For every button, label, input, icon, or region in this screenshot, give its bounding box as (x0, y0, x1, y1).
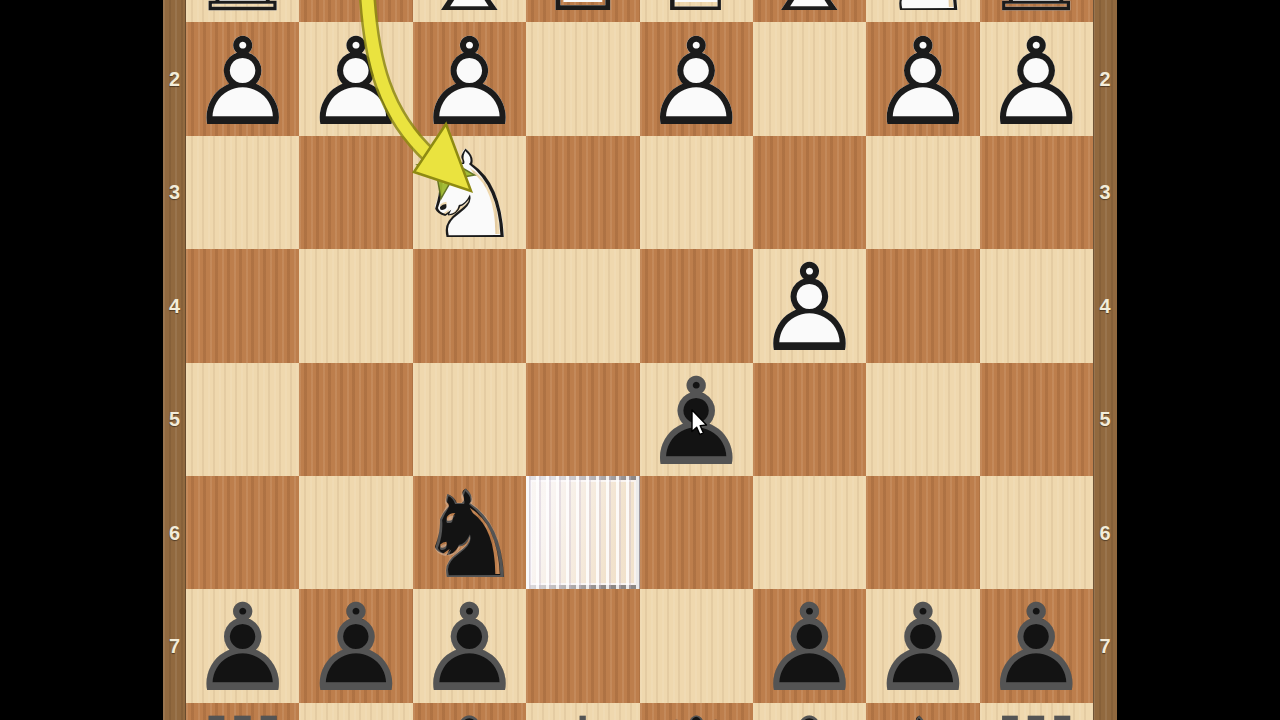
square-f4[interactable] (413, 249, 526, 362)
square-f3[interactable]: ♞♘ (413, 136, 526, 249)
square-f5[interactable] (413, 363, 526, 476)
square-e1[interactable]: ♚♔ (526, 0, 639, 22)
black-pawn[interactable]: ♟♙ (186, 589, 299, 702)
black-bishop[interactable]: ♝♗ (753, 703, 866, 720)
white-pawn[interactable]: ♟♙ (753, 249, 866, 362)
square-f8[interactable]: ♝♗ (413, 703, 526, 720)
white-bishop[interactable]: ♝♗ (753, 0, 866, 22)
rank-label-right-4: 4 (1099, 296, 1110, 316)
square-b4[interactable] (866, 249, 979, 362)
square-e7[interactable] (526, 589, 639, 702)
black-queen[interactable]: ♛♕ (640, 703, 753, 720)
chess-board: ♜♖♝♗♚♔♛♕♝♗♞♘♜♖♟♙♟♙♟♙♟♙♟♙♟♙♞♘♟♙♟♙♞♘♟♙♟♙♟♙… (186, 0, 1093, 720)
white-pawn-outline-glyph: ♙ (980, 22, 1093, 135)
square-h8[interactable]: ♜♖ (186, 703, 299, 720)
white-pawn-outline-glyph: ♙ (640, 22, 753, 135)
square-c6[interactable] (753, 476, 866, 589)
black-pawn-outline-glyph: ♙ (186, 589, 299, 702)
black-pawn[interactable]: ♟♙ (866, 589, 979, 702)
rank-label-right-3: 3 (1099, 182, 1110, 202)
rank-label-left-6: 6 (169, 523, 180, 543)
square-a6[interactable] (980, 476, 1093, 589)
white-pawn-outline-glyph: ♙ (186, 22, 299, 135)
square-e6[interactable] (526, 476, 639, 589)
black-pawn-outline-glyph: ♙ (640, 363, 753, 476)
square-c7[interactable]: ♟♙ (753, 589, 866, 702)
square-d5[interactable]: ♟♙ (640, 363, 753, 476)
square-g7[interactable]: ♟♙ (299, 589, 412, 702)
square-b6[interactable] (866, 476, 979, 589)
rank-label-left-5: 5 (169, 409, 180, 429)
white-pawn-outline-glyph: ♙ (299, 22, 412, 135)
square-g4[interactable] (299, 249, 412, 362)
black-pawn-outline-glyph: ♙ (980, 589, 1093, 702)
square-d8[interactable]: ♛♕ (640, 703, 753, 720)
white-knight[interactable]: ♞♘ (413, 136, 526, 249)
black-rook-outline-glyph: ♖ (186, 703, 299, 720)
black-knight[interactable]: ♞♘ (866, 703, 979, 720)
square-d3[interactable] (640, 136, 753, 249)
white-pawn[interactable]: ♟♙ (413, 22, 526, 135)
black-bishop-outline-glyph: ♗ (753, 703, 866, 720)
square-b2[interactable]: ♟♙ (866, 22, 979, 135)
square-e5[interactable] (526, 363, 639, 476)
black-queen-outline-glyph: ♕ (640, 703, 753, 720)
square-a7[interactable]: ♟♙ (980, 589, 1093, 702)
board-border-right (1093, 0, 1117, 720)
white-knight-outline-glyph: ♘ (413, 136, 526, 249)
square-d2[interactable]: ♟♙ (640, 22, 753, 135)
black-rook-outline-glyph: ♖ (980, 703, 1093, 720)
rank-label-right-6: 6 (1099, 523, 1110, 543)
square-e3[interactable] (526, 136, 639, 249)
square-d6[interactable] (640, 476, 753, 589)
square-c5[interactable] (753, 363, 866, 476)
black-pawn-outline-glyph: ♙ (866, 589, 979, 702)
rank-label-left-2: 2 (169, 69, 180, 89)
rank-label-left-7: 7 (169, 636, 180, 656)
black-pawn-outline-glyph: ♙ (413, 589, 526, 702)
square-g3[interactable] (299, 136, 412, 249)
black-knight[interactable]: ♞♘ (413, 476, 526, 589)
white-pawn-outline-glyph: ♙ (866, 22, 979, 135)
square-b7[interactable]: ♟♙ (866, 589, 979, 702)
rank-label-left-3: 3 (169, 182, 180, 202)
square-e4[interactable] (526, 249, 639, 362)
square-c1[interactable]: ♝♗ (753, 0, 866, 22)
black-pawn[interactable]: ♟♙ (753, 589, 866, 702)
white-king[interactable]: ♚♔ (526, 0, 639, 22)
square-c4[interactable]: ♟♙ (753, 249, 866, 362)
black-knight-outline-glyph: ♘ (866, 703, 979, 720)
rank-label-left-4: 4 (169, 296, 180, 316)
white-pawn-outline-glyph: ♙ (753, 249, 866, 362)
black-rook[interactable]: ♜♖ (980, 703, 1093, 720)
square-d4[interactable] (640, 249, 753, 362)
video-frame: ♜♖♝♗♚♔♛♕♝♗♞♘♜♖♟♙♟♙♟♙♟♙♟♙♟♙♞♘♟♙♟♙♞♘♟♙♟♙♟♙… (0, 0, 1280, 720)
square-f6[interactable]: ♞♘ (413, 476, 526, 589)
white-pawn[interactable]: ♟♙ (640, 22, 753, 135)
square-a2[interactable]: ♟♙ (980, 22, 1093, 135)
white-pawn[interactable]: ♟♙ (186, 22, 299, 135)
square-c3[interactable] (753, 136, 866, 249)
white-pawn-outline-glyph: ♙ (413, 22, 526, 135)
square-a3[interactable] (980, 136, 1093, 249)
square-h2[interactable]: ♟♙ (186, 22, 299, 135)
black-bishop-outline-glyph: ♗ (413, 703, 526, 720)
square-b5[interactable] (866, 363, 979, 476)
white-pawn[interactable]: ♟♙ (980, 22, 1093, 135)
black-bishop[interactable]: ♝♗ (413, 703, 526, 720)
black-knight-outline-glyph: ♘ (413, 476, 526, 589)
square-g2[interactable]: ♟♙ (299, 22, 412, 135)
square-f2[interactable]: ♟♙ (413, 22, 526, 135)
rank-label-right-2: 2 (1099, 69, 1110, 89)
square-e8[interactable]: ♚♔ (526, 703, 639, 720)
rank-label-right-5: 5 (1099, 409, 1110, 429)
black-king[interactable]: ♚♔ (526, 703, 639, 720)
square-h3[interactable] (186, 136, 299, 249)
black-pawn[interactable]: ♟♙ (413, 589, 526, 702)
rank-label-right-7: 7 (1099, 636, 1110, 656)
black-pawn[interactable]: ♟♙ (299, 589, 412, 702)
square-a5[interactable] (980, 363, 1093, 476)
square-h7[interactable]: ♟♙ (186, 589, 299, 702)
square-a8[interactable]: ♜♖ (980, 703, 1093, 720)
square-b8[interactable]: ♞♘ (866, 703, 979, 720)
black-pawn[interactable]: ♟♙ (980, 589, 1093, 702)
black-king-outline-glyph: ♔ (526, 703, 639, 720)
white-pawn[interactable]: ♟♙ (866, 22, 979, 135)
square-g6[interactable] (299, 476, 412, 589)
black-pawn[interactable]: ♟♙ (640, 363, 753, 476)
square-b3[interactable] (866, 136, 979, 249)
white-king-outline-glyph: ♔ (526, 0, 639, 22)
square-c8[interactable]: ♝♗ (753, 703, 866, 720)
white-pawn[interactable]: ♟♙ (299, 22, 412, 135)
square-g5[interactable] (299, 363, 412, 476)
square-e2[interactable] (526, 22, 639, 135)
white-bishop-outline-glyph: ♗ (753, 0, 866, 22)
square-f7[interactable]: ♟♙ (413, 589, 526, 702)
square-d7[interactable] (640, 589, 753, 702)
board-border-left (163, 0, 186, 720)
square-a4[interactable] (980, 249, 1093, 362)
square-h5[interactable] (186, 363, 299, 476)
black-pawn-outline-glyph: ♙ (753, 589, 866, 702)
square-h4[interactable] (186, 249, 299, 362)
square-c2[interactable] (753, 22, 866, 135)
square-h6[interactable] (186, 476, 299, 589)
black-pawn-outline-glyph: ♙ (299, 589, 412, 702)
black-rook[interactable]: ♜♖ (186, 703, 299, 720)
